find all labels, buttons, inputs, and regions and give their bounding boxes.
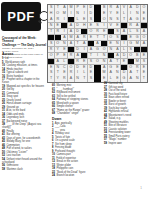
grid-cell: N [55, 65, 61, 71]
grid-cell: O [55, 41, 61, 47]
grid-cell: A [61, 5, 67, 11]
pdf-badge: PDF [1, 2, 41, 31]
crossword-grid: STAMPEDBRAVADOHOMINIDEYELINEARILESONSTAG… [47, 4, 148, 83]
grid-cell: D [134, 5, 140, 11]
grid-cell: M [134, 41, 140, 47]
grid-cell: A [68, 41, 74, 47]
grid-cell: A [68, 29, 74, 35]
grid-cell: R [94, 29, 100, 35]
pdf-badge-label: PDF [7, 9, 35, 24]
grid-cell: S [88, 17, 94, 23]
black-cell [81, 29, 87, 35]
grid-cell: L [128, 29, 134, 35]
grid-cell: E [141, 53, 147, 59]
grid-cell: E [81, 65, 87, 71]
grid-cell: L [75, 17, 81, 23]
grid-cell: S [134, 29, 140, 35]
grid-cell: R [55, 17, 61, 23]
grid-cell: D [88, 65, 94, 71]
grid-cell: L [121, 47, 127, 53]
grid-cell: E [141, 65, 147, 71]
grid-cell: D [88, 11, 94, 17]
grid-cell: A [141, 41, 147, 47]
grid-cell: A [141, 29, 147, 35]
grid-cell: S [114, 35, 120, 41]
black-cell [48, 59, 54, 65]
grid-cell: A [114, 5, 120, 11]
grid-cell: N [61, 41, 67, 47]
grid-cell: O [68, 65, 74, 71]
grid-cell: L [81, 70, 87, 76]
grid-cell: E [141, 11, 147, 17]
grid-cell: D [88, 5, 94, 11]
grid-cell: R [61, 76, 67, 82]
grid-cell: S [128, 47, 134, 53]
black-cell [68, 59, 74, 65]
grid-cell: I [61, 29, 67, 35]
grid-cell: E [55, 23, 61, 29]
grid-cell: A [48, 17, 54, 23]
black-cell [94, 65, 100, 71]
grid-cell: D [75, 23, 81, 29]
grid-cell: O [101, 17, 107, 23]
grid-cell: D [121, 53, 127, 59]
grid-cell: A [94, 41, 100, 47]
grid-cell: R [108, 5, 114, 11]
grid-cell: N [48, 23, 54, 29]
grid-cell: H [81, 23, 87, 29]
grid-cell: N [114, 70, 120, 76]
clue: 24 Branch location [52, 174, 100, 177]
grid-cell: E [61, 53, 67, 59]
grid-cell: I [128, 11, 134, 17]
grid-cell: D [75, 65, 81, 71]
grid-cell: Y [108, 11, 114, 17]
grid-cell: L [61, 59, 67, 65]
grid-cell: A [68, 23, 74, 29]
grid-cell: N [134, 11, 140, 17]
grid-cell: L [121, 11, 127, 17]
grid-cell: R [81, 35, 87, 41]
middle-column: 60 Morning mist61 “___, humbug!”62 Keybo… [52, 84, 100, 178]
grid-cell: E [88, 35, 94, 41]
grid-cell: M [68, 35, 74, 41]
grid-cell: E [88, 23, 94, 29]
down-clues-col1: 1 Ago, poetically2 ___-Cola3 ___ vera4 S… [52, 122, 100, 178]
grid-cell: G [94, 47, 100, 53]
black-cell [108, 29, 114, 35]
grid-cell: T [101, 35, 107, 41]
grid-cell: T [94, 35, 100, 41]
black-cell [61, 23, 67, 29]
grid-cell: S [88, 76, 94, 82]
clue: 59 Inspire awe [104, 142, 148, 145]
grid-cell: N [101, 59, 107, 65]
grid-cell: G [134, 17, 140, 23]
grid-cell: A [134, 23, 140, 29]
black-cell [94, 5, 100, 11]
grid-cell: O [128, 53, 134, 59]
grid-cell: B [134, 53, 140, 59]
black-cell [88, 41, 94, 47]
grid-cell: R [55, 29, 61, 35]
grid-cell: N [108, 17, 114, 23]
grid-cell: S [94, 23, 100, 29]
clue: 68 “Chandelier” singer [52, 112, 100, 115]
grid-cell: O [128, 65, 134, 71]
grid-cell: O [48, 53, 54, 59]
grid-cell: T [134, 70, 140, 76]
grid-cell: T [48, 29, 54, 35]
grid-cell: E [114, 65, 120, 71]
grid-cell: D [121, 70, 127, 76]
grid-cell: V [108, 23, 114, 29]
grid-cell: E [108, 41, 114, 47]
grid-cell: A [55, 59, 61, 65]
down-column: 26 Carnival city27 Gift-tag word28 Out o… [104, 82, 148, 145]
grid-cell: R [68, 53, 74, 59]
grid-cell: I [68, 11, 74, 17]
grid-cell: S [114, 17, 120, 23]
grid-cell: I [121, 41, 127, 47]
black-cell [48, 35, 54, 41]
black-cell [121, 23, 127, 29]
grid-cell: I [61, 17, 67, 23]
grid-cell: T [55, 5, 61, 11]
black-cell [94, 70, 100, 76]
grid-cell: C [61, 65, 67, 71]
black-cell [68, 17, 74, 23]
grid-cell: O [88, 29, 94, 35]
black-cell [134, 47, 140, 53]
grid-cell: E [81, 17, 87, 23]
grid-cell: A [75, 35, 81, 41]
grid-cell: S [141, 59, 147, 65]
grid-cell: E [141, 70, 147, 76]
grid-cell: A [108, 59, 114, 65]
grid-cell: M [68, 5, 74, 11]
black-cell [94, 17, 100, 23]
grid-cell: I [81, 11, 87, 17]
grid-cell: T [88, 53, 94, 59]
grid-cell: R [48, 47, 54, 53]
grid-cell: A [121, 29, 127, 35]
grid-cell: T [48, 76, 54, 82]
grid-cell: S [48, 41, 54, 47]
grid-cell: E [61, 47, 67, 53]
grid-cell: S [114, 29, 120, 35]
across-clues-col1: 1 Lid5 World-weary sigh10 Cooking measur… [2, 57, 47, 171]
grid-cell: A [81, 41, 87, 47]
grid-cell: V [121, 5, 127, 11]
grid-cell: A [108, 70, 114, 76]
grid-cell: S [48, 70, 54, 76]
down-heading: Down [52, 117, 100, 121]
clue: 38 “___ of the Deep” (August sea shanty) [2, 123, 47, 129]
grid-cell: E [101, 29, 107, 35]
grid-cell: G [128, 41, 134, 47]
grid-cell: T [114, 59, 120, 65]
grid-cell: R [68, 70, 74, 76]
grid-cell: N [108, 47, 114, 53]
page-number: 1 [140, 186, 142, 190]
grid-cell: G [134, 35, 140, 41]
black-cell [94, 76, 100, 82]
grid-cell: O [55, 11, 61, 17]
black-cell [55, 35, 61, 41]
grid-cell: N [101, 53, 107, 59]
grid-cell: M [101, 70, 107, 76]
grid-cell: G [108, 65, 114, 71]
grid-cell: E [81, 5, 87, 11]
grid-cell: E [88, 70, 94, 76]
grid-cell: E [101, 11, 107, 17]
grid-cell: M [61, 11, 67, 17]
grid-cell: M [134, 59, 140, 65]
black-cell [128, 59, 134, 65]
grid-cell: A [128, 17, 134, 23]
grid-cell: Y [55, 47, 61, 53]
clue: 54 Defiant retort heard around the schoo… [2, 158, 47, 164]
black-cell [101, 41, 107, 47]
grid-cell: O [94, 59, 100, 65]
grid-cell: N [75, 76, 81, 82]
black-cell [108, 53, 114, 59]
grid-cell: E [121, 59, 127, 65]
grid-cell: T [81, 76, 87, 82]
grid-cell: A [61, 35, 67, 41]
grid-cell: P [55, 53, 61, 59]
grid-cell: B [101, 5, 107, 11]
grid-cell: E [61, 70, 67, 76]
grid-cell: N [114, 41, 120, 47]
grid-cell: S [48, 5, 54, 11]
grid-cell: E [48, 65, 54, 71]
grid-cell: A [114, 53, 120, 59]
grid-cell: O [141, 5, 147, 11]
black-cell [141, 23, 147, 29]
grid-cell: E [141, 17, 147, 23]
grid-cell: D [75, 47, 81, 53]
grid-cell: E [114, 23, 120, 29]
grid-cell: O [141, 35, 147, 41]
black-cell [141, 47, 147, 53]
black-cell [94, 11, 100, 17]
grid-cell: H [48, 11, 54, 17]
grid-cell: N [75, 11, 81, 17]
black-cell [68, 47, 74, 53]
grid-cell: I [75, 70, 81, 76]
black-cell [81, 53, 87, 59]
grid-cell: R [128, 23, 134, 29]
grid-cell: R [75, 59, 81, 65]
grid-cell: A [101, 65, 107, 71]
grid-cell: Y [55, 76, 61, 82]
clue: 58 Wartime clash [2, 168, 47, 171]
grid-cell: T [55, 70, 61, 76]
grid-cell: A [128, 70, 134, 76]
black-cell [121, 65, 127, 71]
grid-cell: O [108, 35, 114, 41]
grid-cell: A [75, 53, 81, 59]
grid-cell: P [75, 5, 81, 11]
grid-cell: I [94, 53, 100, 59]
across-clues-col2: 60 Morning mist61 “___, humbug!”62 Keybo… [52, 84, 100, 115]
grid-cell: T [121, 17, 127, 23]
across-column: Across 1 Lid5 World-weary sigh10 Cooking… [2, 52, 47, 171]
down-clues-col2: 26 Carnival city27 Gift-tag word28 Out o… [104, 82, 148, 145]
grid-cell: A [68, 76, 74, 82]
across-heading: Across [2, 52, 47, 56]
grid-cell: A [128, 5, 134, 11]
black-cell [121, 35, 127, 41]
grid-cell: S [88, 59, 94, 65]
grid-cell: E [114, 11, 120, 17]
grid-cell: I [101, 23, 107, 29]
grid-cell: A [88, 47, 94, 53]
grid-cell: I [81, 47, 87, 53]
grid-cell: R [134, 65, 140, 71]
grid-cell: E [81, 59, 87, 65]
grid-cell: E [128, 35, 134, 41]
grid-cell: A [114, 47, 120, 53]
clue: 17 Prophet with a chapter in the Koran [2, 78, 47, 84]
grid-cell: D [75, 29, 81, 35]
grid-cell: O [101, 47, 107, 53]
grid-cell: T [75, 41, 81, 47]
